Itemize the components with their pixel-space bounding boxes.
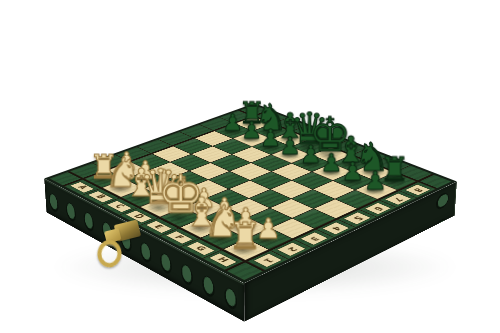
rank-label-tile: 4	[323, 222, 349, 234]
product-photo-stage: ♜♞♝♛♚♝♞♜8♟♟♟♟♟♟♟♟76543♟♟♟♟♟♟♟♟2♜♞♝♛♚♝♞♜1…	[0, 0, 500, 333]
rank-label-tile: 5	[345, 212, 371, 224]
file-label-tile: H	[209, 253, 236, 266]
square-d5	[231, 163, 271, 180]
rook-glyph: ♜	[207, 218, 283, 253]
rank-label-tile: 7	[386, 194, 411, 205]
latch-ring	[97, 239, 123, 268]
rank-label-tile: 6	[365, 203, 390, 214]
rank-label-tile: 1	[254, 254, 282, 267]
scene-3d: ♜♞♝♛♚♝♞♜8♟♟♟♟♟♟♟♟76543♟♟♟♟♟♟♟♟2♜♞♝♛♚♝♞♜1…	[0, 0, 500, 333]
